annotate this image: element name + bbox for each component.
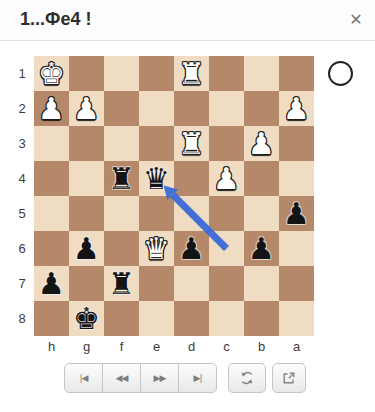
black-rook[interactable]: ♜: [108, 266, 135, 301]
square-a4[interactable]: [279, 161, 314, 196]
square-d7[interactable]: [174, 266, 209, 301]
square-d3[interactable]: ♜: [174, 126, 209, 161]
square-h3[interactable]: [34, 126, 69, 161]
square-e2[interactable]: [139, 91, 174, 126]
square-f5[interactable]: [104, 196, 139, 231]
square-d8[interactable]: [174, 301, 209, 336]
square-h8[interactable]: [34, 301, 69, 336]
file-label-b: b: [244, 338, 279, 356]
replay-flip-button[interactable]: [228, 363, 266, 393]
black-pawn[interactable]: ♟: [73, 231, 100, 266]
square-a7[interactable]: [279, 266, 314, 301]
square-d1[interactable]: ♜: [174, 56, 209, 91]
square-g8[interactable]: ♚: [69, 301, 104, 336]
go-to-start-button[interactable]: |◀: [64, 363, 103, 393]
square-a2[interactable]: ♟: [279, 91, 314, 126]
side-to-move-indicator: [328, 61, 353, 86]
rank-label-1: 1: [12, 56, 32, 91]
square-c2[interactable]: [209, 91, 244, 126]
black-rook[interactable]: ♜: [108, 161, 135, 196]
square-a8[interactable]: [279, 301, 314, 336]
puzzle-popup: 1...Фе4 ! ✕ 12345678 ♚♜♟♟♟♜♟♜♛♟♟♟♛♟♟♟♜♚ …: [0, 0, 375, 412]
square-b1[interactable]: [244, 56, 279, 91]
square-b5[interactable]: [244, 196, 279, 231]
square-g6[interactable]: ♟: [69, 231, 104, 266]
file-labels: hgfedcba: [34, 338, 314, 356]
black-pawn[interactable]: ♟: [178, 231, 205, 266]
square-h6[interactable]: [34, 231, 69, 266]
square-c4[interactable]: ♟: [209, 161, 244, 196]
close-icon[interactable]: ✕: [344, 8, 368, 32]
circular-arrows-icon: [239, 370, 255, 386]
square-b2[interactable]: [244, 91, 279, 126]
rank-label-6: 6: [12, 231, 32, 266]
square-f6[interactable]: [104, 231, 139, 266]
rank-label-2: 2: [12, 91, 32, 126]
square-d5[interactable]: [174, 196, 209, 231]
file-label-f: f: [104, 338, 139, 356]
square-f4[interactable]: ♜: [104, 161, 139, 196]
rank-label-3: 3: [12, 126, 32, 161]
replay-controls: |◀ ◀◀ ▶▶ ▶|: [0, 363, 375, 393]
square-e7[interactable]: [139, 266, 174, 301]
square-e6[interactable]: ♛: [139, 231, 174, 266]
square-e8[interactable]: [139, 301, 174, 336]
square-f2[interactable]: [104, 91, 139, 126]
square-g4[interactable]: [69, 161, 104, 196]
file-label-c: c: [209, 338, 244, 356]
square-e1[interactable]: [139, 56, 174, 91]
square-c5[interactable]: [209, 196, 244, 231]
white-rook[interactable]: ♜: [178, 126, 205, 161]
rank-label-4: 4: [12, 161, 32, 196]
square-b6[interactable]: ♟: [244, 231, 279, 266]
square-g2[interactable]: ♟: [69, 91, 104, 126]
skip-to-start-icon: |◀: [80, 373, 88, 383]
white-pawn[interactable]: ♟: [283, 91, 310, 126]
square-d2[interactable]: [174, 91, 209, 126]
square-c6[interactable]: [209, 231, 244, 266]
white-pawn[interactable]: ♟: [73, 91, 100, 126]
square-a1[interactable]: [279, 56, 314, 91]
square-f8[interactable]: [104, 301, 139, 336]
rank-label-7: 7: [12, 266, 32, 301]
file-label-g: g: [69, 338, 104, 356]
square-e4[interactable]: ♛: [139, 161, 174, 196]
square-c3[interactable]: [209, 126, 244, 161]
square-b7[interactable]: [244, 266, 279, 301]
nav-button-group: |◀ ◀◀ ▶▶ ▶|: [64, 363, 217, 393]
square-d4[interactable]: [174, 161, 209, 196]
square-c1[interactable]: [209, 56, 244, 91]
square-a3[interactable]: [279, 126, 314, 161]
black-pawn[interactable]: ♟: [248, 231, 275, 266]
square-f7[interactable]: ♜: [104, 266, 139, 301]
square-h4[interactable]: [34, 161, 69, 196]
square-g3[interactable]: [69, 126, 104, 161]
square-b8[interactable]: [244, 301, 279, 336]
step-forward-button[interactable]: ▶▶: [140, 363, 179, 393]
skip-to-end-icon: ▶|: [194, 373, 202, 383]
file-label-e: e: [139, 338, 174, 356]
white-pawn[interactable]: ♟: [213, 161, 240, 196]
square-h2[interactable]: ♟: [34, 91, 69, 126]
white-pawn[interactable]: ♟: [38, 91, 65, 126]
file-label-a: a: [279, 338, 314, 356]
square-d6[interactable]: ♟: [174, 231, 209, 266]
open-external-button[interactable]: [272, 363, 306, 393]
square-a5[interactable]: ♟: [279, 196, 314, 231]
step-back-button[interactable]: ◀◀: [102, 363, 141, 393]
file-label-h: h: [34, 338, 69, 356]
white-queen[interactable]: ♛: [143, 231, 170, 266]
fast-forward-icon: ▶▶: [154, 373, 166, 383]
file-label-d: d: [174, 338, 209, 356]
square-g1[interactable]: [69, 56, 104, 91]
square-g5[interactable]: [69, 196, 104, 231]
square-f1[interactable]: [104, 56, 139, 91]
go-to-end-button[interactable]: ▶|: [178, 363, 217, 393]
black-pawn[interactable]: ♟: [283, 196, 310, 231]
square-h5[interactable]: [34, 196, 69, 231]
white-king[interactable]: ♚: [38, 56, 65, 91]
board-grid: ♚♜♟♟♟♜♟♜♛♟♟♟♛♟♟♟♜♚: [34, 56, 314, 336]
square-b4[interactable]: [244, 161, 279, 196]
puzzle-title: 1...Фе4 !: [20, 9, 91, 30]
white-pawn[interactable]: ♟: [248, 126, 275, 161]
header: 1...Фе4 ! ✕: [0, 0, 375, 41]
white-rook[interactable]: ♜: [178, 56, 205, 91]
rank-label-5: 5: [12, 196, 32, 231]
square-f3[interactable]: [104, 126, 139, 161]
square-g7[interactable]: [69, 266, 104, 301]
square-a6[interactable]: [279, 231, 314, 266]
black-pawn[interactable]: ♟: [38, 266, 65, 301]
square-h7[interactable]: ♟: [34, 266, 69, 301]
black-queen[interactable]: ♛: [143, 161, 170, 196]
rewind-icon: ◀◀: [116, 373, 128, 383]
square-b3[interactable]: ♟: [244, 126, 279, 161]
square-h1[interactable]: ♚: [34, 56, 69, 91]
square-e3[interactable]: [139, 126, 174, 161]
black-king[interactable]: ♚: [73, 301, 100, 336]
square-c8[interactable]: [209, 301, 244, 336]
rank-label-8: 8: [12, 301, 32, 336]
square-e5[interactable]: [139, 196, 174, 231]
external-link-icon: [282, 371, 296, 385]
square-c7[interactable]: [209, 266, 244, 301]
